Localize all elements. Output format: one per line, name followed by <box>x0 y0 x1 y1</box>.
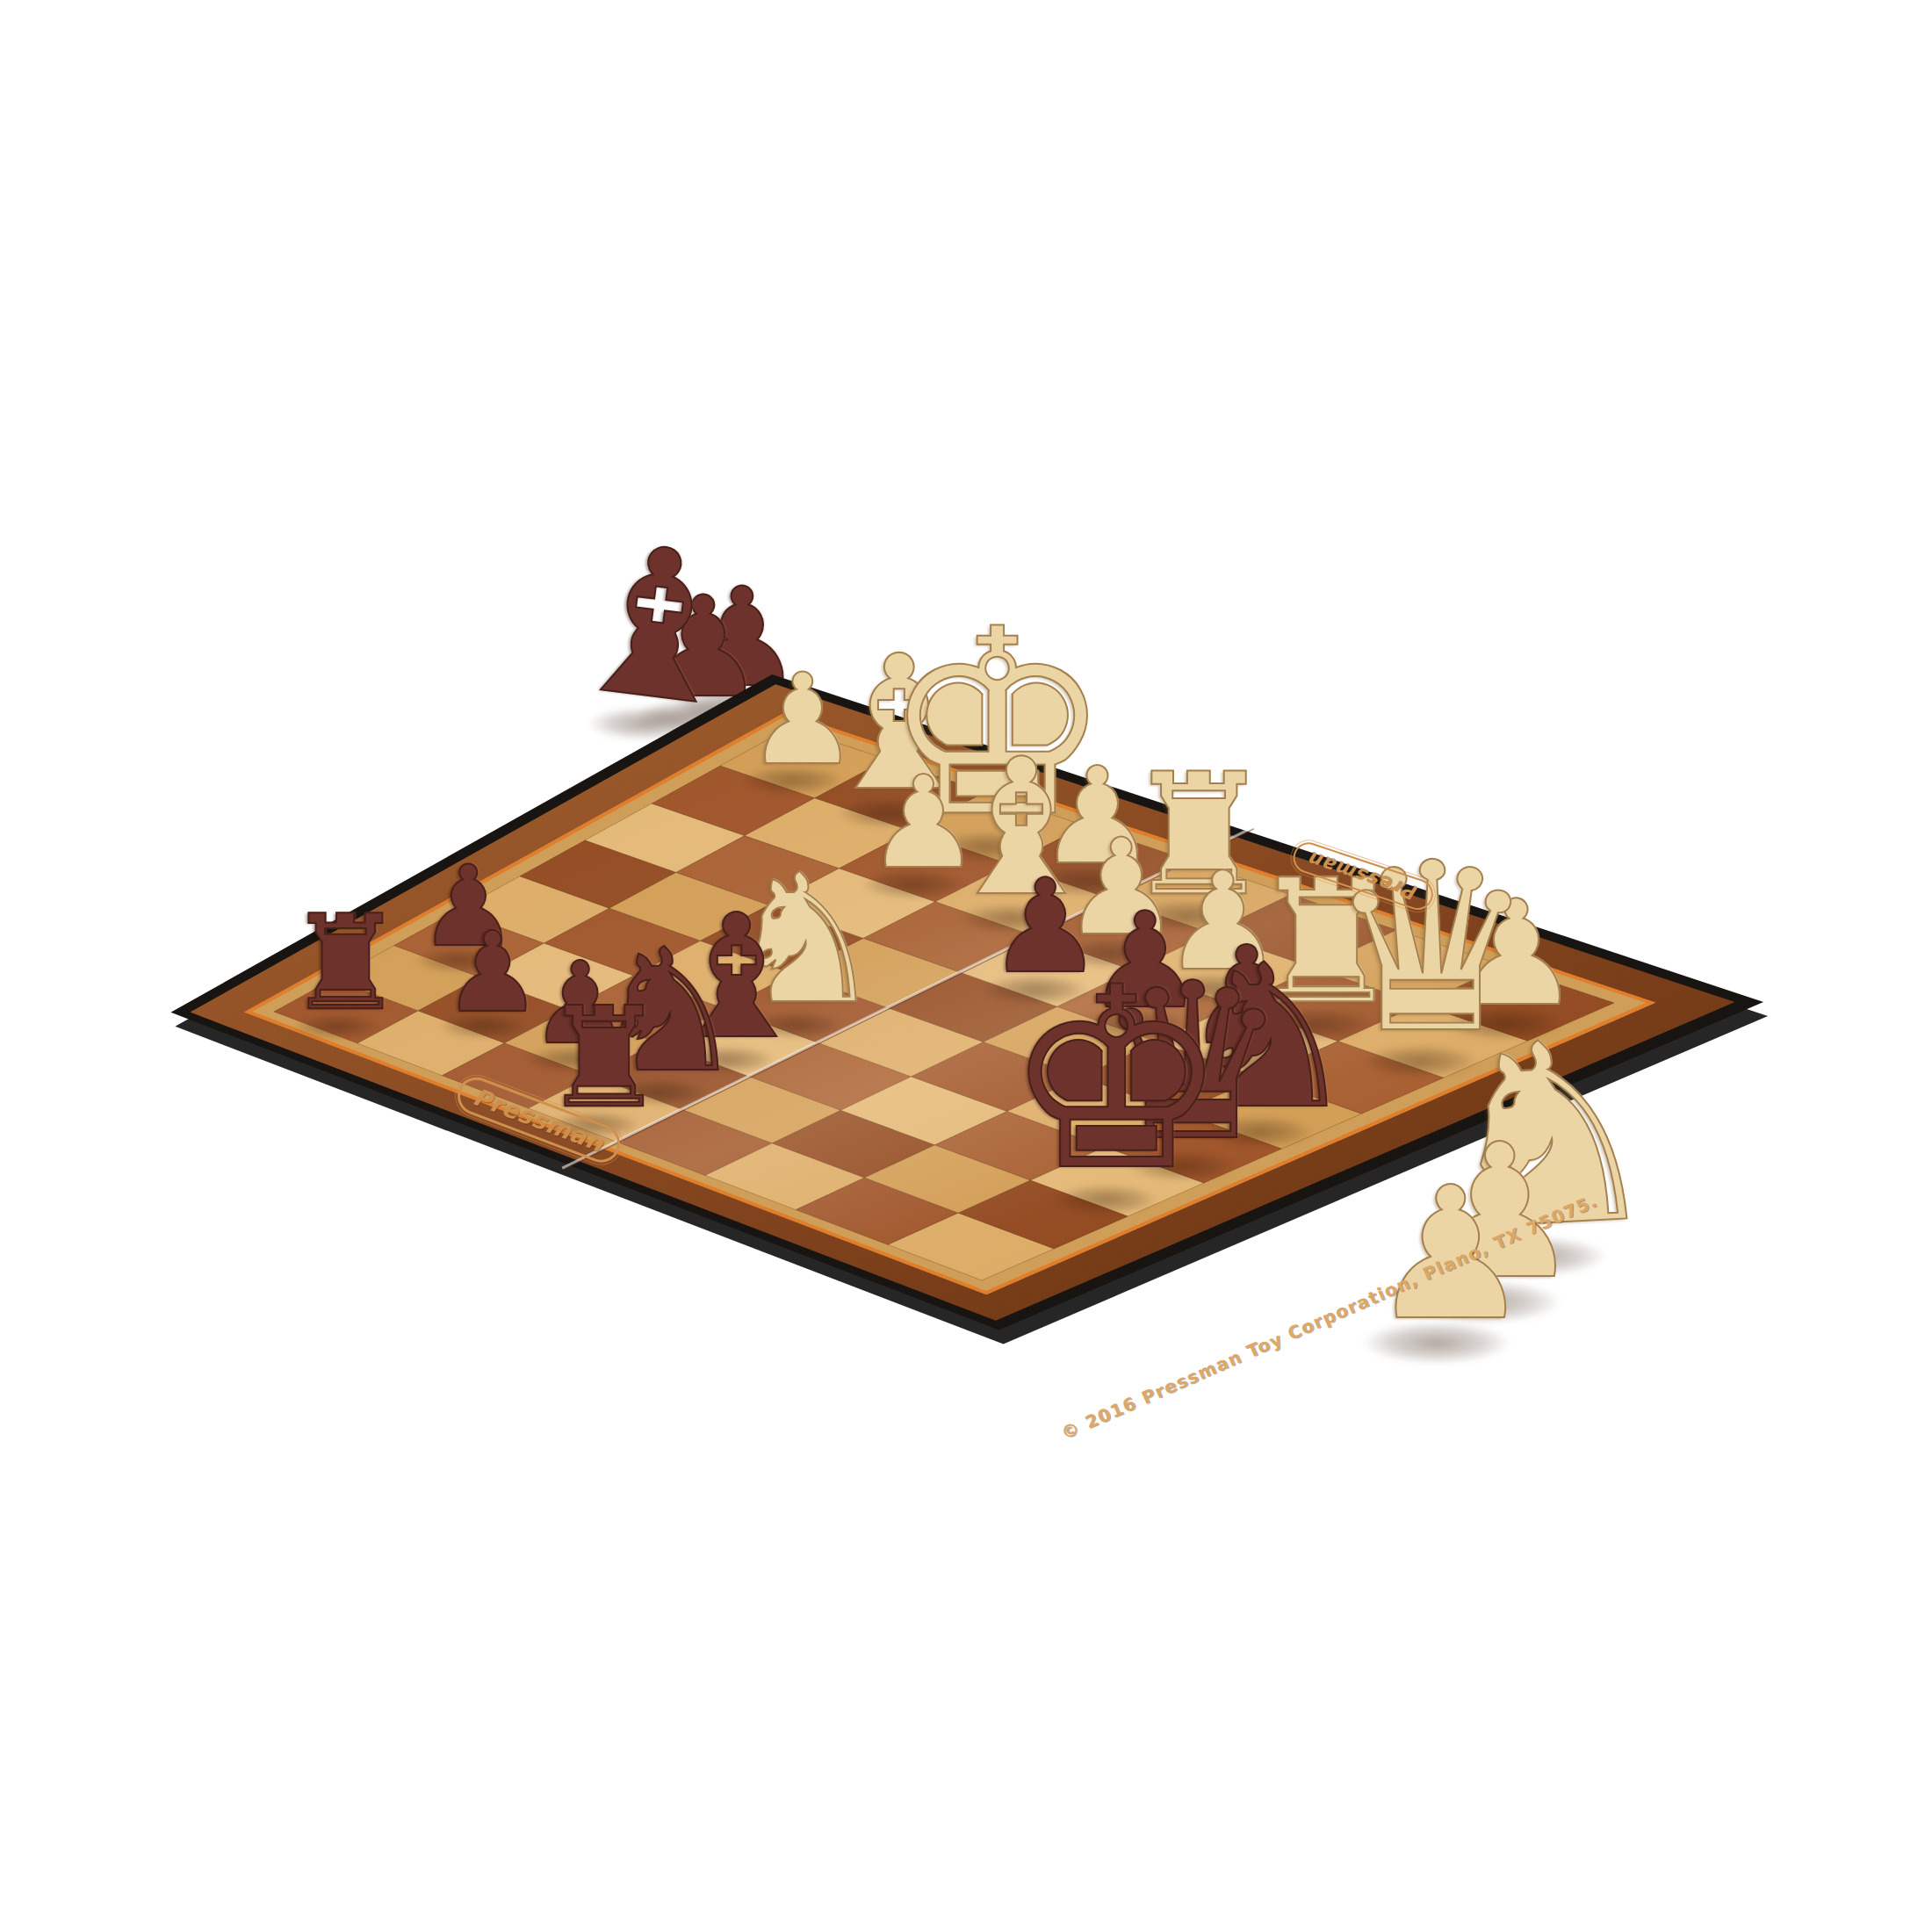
piece-dark-rook-a8[interactable]: ♜ <box>345 1025 463 1156</box>
king-glyph: ♚ <box>1004 955 1229 1205</box>
rook-glyph: ♜ <box>542 989 666 1128</box>
pawn-glyph: ♟ <box>443 917 542 1027</box>
rook-glyph: ♜ <box>286 898 404 1028</box>
piece-dark-rook-a5[interactable]: ♜ <box>604 1123 728 1262</box>
captured-light-pawn-3[interactable]: ♟ <box>1451 1340 1615 1523</box>
on-board-pieces-layer: ♜♟♟♟♜♞♝♟♟♟♚♛♞♟♝♟♚♞♝♟♟♜♟♜♛♟♞♟♟ <box>0 0 1932 1932</box>
product-photo-stage: ♝♟♟ Pressman Pressman © 2016 Pressman To… <box>0 0 1932 1932</box>
